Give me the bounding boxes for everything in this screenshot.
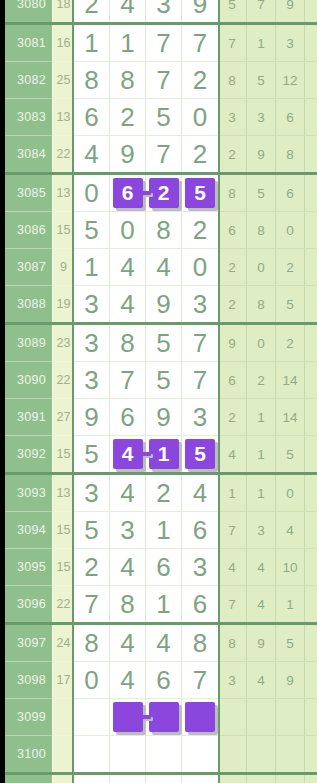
stat-cell: 4 [218,549,247,585]
table-row: 3083136250336 [5,99,317,135]
stat-cell: 3 [276,25,305,61]
table-row: 30912796932114 [5,399,317,435]
stat-cell: 7 [218,512,247,548]
stat-cell: 0 [247,325,276,361]
column-divider-left [72,0,74,783]
highlight-cell [149,702,179,732]
stat-cell: 8 [218,62,247,98]
digit-cell: 7 [182,25,218,61]
stat-cell: 4 [218,436,247,472]
digit-cell: 5 [74,212,110,248]
table-row: 3081161177713 [5,25,317,61]
table-row: 3085130625856 [5,175,317,211]
stat-cell: 5 [276,286,305,322]
stat-cell-partial [305,25,317,61]
digit-cell: 0 [74,175,110,211]
sum-cell: 23 [52,325,74,361]
digit-cell: 5 [74,436,110,472]
issue-cell: 3087 [5,249,52,285]
stat-cell: 9 [218,325,247,361]
stat-cell: 1 [247,475,276,511]
stat-cell: 0 [247,249,276,285]
table-row: 3086155082680 [5,212,317,248]
digit-cell: 4 [110,475,146,511]
stat-cell: 2 [218,249,247,285]
table-row: 3097248448895 [5,625,317,661]
table-row: 308791440202 [5,249,317,285]
sum-cell [52,775,74,783]
stat-cell: 3 [247,512,276,548]
stat-cell [247,699,276,735]
digit-cell: 9 [182,0,218,22]
issue-cell: 3094 [5,512,52,548]
stat-cell [218,699,247,735]
stat-cell: 2 [218,136,247,172]
stat-cell: 9 [276,0,305,22]
stat-cell: 7 [247,0,276,22]
stat-cell: 3 [218,662,247,698]
highlight-cell [185,702,215,732]
sum-cell: 25 [52,62,74,98]
issue-cell: 3099 [5,699,52,735]
highlight-cell: 6 [113,178,143,208]
stat-cell: 1 [247,436,276,472]
digit-cell: 6 [182,586,218,622]
digit-cell: 3 [74,286,110,322]
stat-cell: 14 [276,362,305,398]
stat-cell [276,699,305,735]
digit-cell: 7 [146,136,182,172]
digit-cell: 0 [74,662,110,698]
stat-cell: 0 [276,212,305,248]
digit-cell: 3 [182,399,218,435]
issue-cell: 3086 [5,212,52,248]
stat-cell: 2 [276,325,305,361]
digit-cell: 8 [74,625,110,661]
digit-cell: 9 [74,399,110,435]
digit-cell: 8 [110,62,146,98]
highlight-cell: 5 [185,439,215,469]
table-row: 3089233857902 [5,325,317,361]
digit-cell: 6 [146,549,182,585]
digit-cell: 0 [110,212,146,248]
stat-cell: 2 [218,399,247,435]
sum-cell: 15 [52,549,74,585]
table-row: 3094155316734 [5,512,317,548]
stat-cell: 4 [276,512,305,548]
digit-cell: 7 [146,25,182,61]
stat-cell: 9 [247,625,276,661]
table-row: 3098170467349 [5,662,317,698]
table-row: 3101 [5,775,317,783]
table-row: 3099 [5,699,317,735]
highlight-dash [141,715,151,719]
digit-cell: 4 [110,286,146,322]
digit-cell: 7 [182,362,218,398]
stat-cell-partial [305,512,317,548]
sum-cell: 15 [52,212,74,248]
sum-cell: 16 [52,25,74,61]
highlight-dash [141,191,151,195]
issue-cell: 3085 [5,175,52,211]
digit-cell: 8 [182,625,218,661]
digit-cell: 2 [74,549,110,585]
stat-cell: 6 [276,175,305,211]
stat-cell-partial [305,436,317,472]
issue-cell: 3098 [5,662,52,698]
highlight-cell: 2 [149,178,179,208]
digit-cell: 2 [146,175,182,211]
sum-cell: 22 [52,362,74,398]
sum-cell: 19 [52,286,74,322]
stat-cell: 2 [218,286,247,322]
digit-cell [182,775,218,783]
sum-cell [52,736,74,772]
stat-cell: 3 [218,99,247,135]
digit-cell: 6 [74,99,110,135]
stat-cell: 4 [247,549,276,585]
sum-cell: 15 [52,512,74,548]
stat-cell: 7 [218,586,247,622]
stat-cell-partial [305,0,317,22]
stat-cell: 4 [247,662,276,698]
digit-cell [74,699,110,735]
stat-cell: 8 [218,175,247,211]
issue-cell: 3088 [5,286,52,322]
table-row: 3092155415415 [5,436,317,472]
digit-cell: 1 [74,249,110,285]
digit-cell: 2 [146,475,182,511]
digit-cell: 5 [146,362,182,398]
digit-cell: 2 [182,62,218,98]
sum-cell: 9 [52,249,74,285]
table-row: 3084224972298 [5,136,317,172]
digit-cell [110,775,146,783]
digit-cell: 7 [146,62,182,98]
digit-cell: 9 [146,399,182,435]
digit-cell [110,736,146,772]
sum-cell: 18 [52,0,74,22]
table-row: 30951524634410 [5,549,317,585]
digit-cell: 3 [182,286,218,322]
stat-cell [276,775,305,783]
digit-cell: 8 [110,325,146,361]
digit-cell: 8 [110,586,146,622]
stat-cell: 6 [218,362,247,398]
sum-cell: 22 [52,586,74,622]
digit-cell: 4 [146,625,182,661]
digit-cell: 4 [110,0,146,22]
stat-cell-partial [305,362,317,398]
digit-cell: 9 [146,286,182,322]
stat-cell: 6 [276,99,305,135]
digit-cell: 6 [110,399,146,435]
stat-cell: 6 [218,212,247,248]
stat-cell: 1 [218,475,247,511]
trend-grid: 3080182439579308116117771330822588728512… [5,0,317,783]
stat-cell-partial [305,249,317,285]
stat-cell [247,775,276,783]
stat-cell: 5 [247,62,276,98]
digit-cell: 8 [146,212,182,248]
digit-cell: 5 [74,512,110,548]
digit-cell: 4 [182,475,218,511]
highlight-cell: 4 [113,439,143,469]
digit-cell: 7 [110,362,146,398]
digit-cell: 1 [110,25,146,61]
stat-cell: 9 [276,662,305,698]
stat-cell: 8 [218,625,247,661]
digit-cell: 3 [74,325,110,361]
stat-cell-partial [305,286,317,322]
table-row: 3096227816741 [5,586,317,622]
stat-cell-partial [305,212,317,248]
issue-cell: 3084 [5,136,52,172]
digit-cell: 1 [74,25,110,61]
digit-cell: 7 [182,325,218,361]
stat-cell: 10 [276,549,305,585]
stat-cell: 1 [247,25,276,61]
stat-cell: 1 [276,586,305,622]
digit-cell [74,775,110,783]
column-divider-right [218,0,220,783]
stat-cell: 14 [276,399,305,435]
table-row: 3088193493285 [5,286,317,322]
stat-cell-partial [305,662,317,698]
highlight-dash [141,452,151,456]
digit-cell: 3 [110,512,146,548]
digit-cell: 2 [74,0,110,22]
digit-cell: 4 [110,625,146,661]
digit-cell: 7 [182,662,218,698]
issue-cell: 3092 [5,436,52,472]
issue-cell: 3101 [5,775,52,783]
stat-cell [276,736,305,772]
stat-cell-partial [305,399,317,435]
digit-cell: 5 [146,99,182,135]
stat-cell: 7 [218,25,247,61]
digit-cell: 2 [110,99,146,135]
sum-cell: 13 [52,99,74,135]
issue-cell: 3097 [5,625,52,661]
issue-cell: 3080 [5,0,52,22]
stat-cell: 1 [247,399,276,435]
digit-cell: 4 [146,249,182,285]
digit-cell: 5 [182,436,218,472]
stat-cell-partial [305,475,317,511]
digit-cell: 3 [74,475,110,511]
digit-cell: 3 [146,0,182,22]
sum-cell: 27 [52,399,74,435]
digit-cell: 4 [74,136,110,172]
stat-cell [247,736,276,772]
stat-cell: 5 [276,625,305,661]
digit-cell: 9 [110,136,146,172]
digit-cell: 1 [146,586,182,622]
stat-cell-partial [305,699,317,735]
issue-cell: 3096 [5,586,52,622]
stat-cell: 8 [247,212,276,248]
digit-cell: 5 [182,175,218,211]
stat-cell-partial [305,586,317,622]
digit-cell: 4 [110,249,146,285]
stat-cell: 8 [276,136,305,172]
issue-cell: 3089 [5,325,52,361]
stat-cell: 9 [247,136,276,172]
stat-cell: 12 [276,62,305,98]
table-row: 30822588728512 [5,62,317,98]
stat-cell-partial [305,136,317,172]
issue-cell: 3095 [5,549,52,585]
stat-cell-partial [305,736,317,772]
digit-cell [182,736,218,772]
sum-cell: 15 [52,436,74,472]
digit-cell [182,699,218,735]
digit-cell: 4 [110,549,146,585]
stat-cell-partial [305,549,317,585]
digit-cell [146,736,182,772]
sum-cell [52,699,74,735]
digit-cell: 0 [182,99,218,135]
digit-cell: 1 [146,436,182,472]
digit-cell: 4 [110,662,146,698]
stat-cell-partial [305,625,317,661]
stat-cell [218,736,247,772]
issue-cell: 3093 [5,475,52,511]
stat-cell-partial [305,775,317,783]
stat-cell: 8 [247,286,276,322]
issue-cell: 3090 [5,362,52,398]
stat-cell [218,775,247,783]
issue-cell: 3082 [5,62,52,98]
table-row: 30902237576214 [5,362,317,398]
issue-cell: 3091 [5,399,52,435]
sum-cell: 22 [52,136,74,172]
stat-cell-partial [305,175,317,211]
digit-cell [146,699,182,735]
stat-cell: 0 [276,475,305,511]
digit-cell: 0 [182,249,218,285]
table-row: 3080182439579 [5,0,317,22]
stat-cell: 5 [247,175,276,211]
highlight-cell [113,702,143,732]
digit-cell: 8 [74,62,110,98]
sum-cell: 13 [52,175,74,211]
digit-cell [146,775,182,783]
table-row: 3093133424110 [5,475,317,511]
stat-cell: 2 [276,249,305,285]
highlight-cell: 5 [185,178,215,208]
stat-cell: 5 [276,436,305,472]
stat-cell: 3 [247,99,276,135]
digit-cell [74,736,110,772]
issue-cell: 3083 [5,99,52,135]
issue-cell: 3081 [5,25,52,61]
digit-cell: 7 [74,586,110,622]
table-row: 3100 [5,736,317,772]
digit-cell: 1 [146,512,182,548]
highlight-cell: 1 [149,439,179,469]
digit-cell: 2 [182,136,218,172]
lottery-trend-chart: 3080182439579308116117771330822588728512… [0,0,317,783]
stat-cell: 5 [218,0,247,22]
digit-cell: 5 [146,325,182,361]
digit-cell: 6 [146,662,182,698]
stat-cell-partial [305,62,317,98]
stat-cell: 4 [247,586,276,622]
digit-cell: 6 [182,512,218,548]
stat-cell: 2 [247,362,276,398]
digit-cell: 3 [182,549,218,585]
sum-cell: 17 [52,662,74,698]
digit-cell: 3 [74,362,110,398]
stat-cell-partial [305,325,317,361]
sum-cell: 13 [52,475,74,511]
digit-cell: 2 [182,212,218,248]
stat-cell-partial [305,99,317,135]
sum-cell: 24 [52,625,74,661]
issue-cell: 3100 [5,736,52,772]
